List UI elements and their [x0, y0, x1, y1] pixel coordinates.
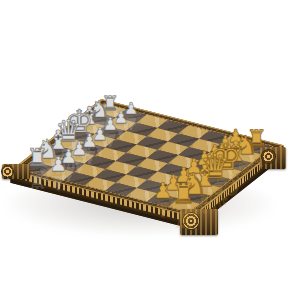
pieces-layer: ♜♜♞♞♝♝♛♛♚♚♝♝♞♞♜♜♟♟♟♟♟♟♟♟♟♟♟♟♟♟♟♟♟♟♟♟♟♟♟♟…: [0, 0, 290, 290]
piece-white-rook[interactable]: ♜: [27, 146, 49, 170]
piece-black-rook[interactable]: ♜: [172, 180, 196, 207]
piece-white-pawn[interactable]: ♟: [49, 155, 67, 175]
piece-black-pawn[interactable]: ♟: [153, 180, 172, 201]
chess-set-photo: ♜♜♞♞♝♝♛♛♚♚♝♝♞♞♜♜♟♟♟♟♟♟♟♟♟♟♟♟♟♟♟♟♟♟♟♟♟♟♟♟…: [0, 0, 290, 290]
